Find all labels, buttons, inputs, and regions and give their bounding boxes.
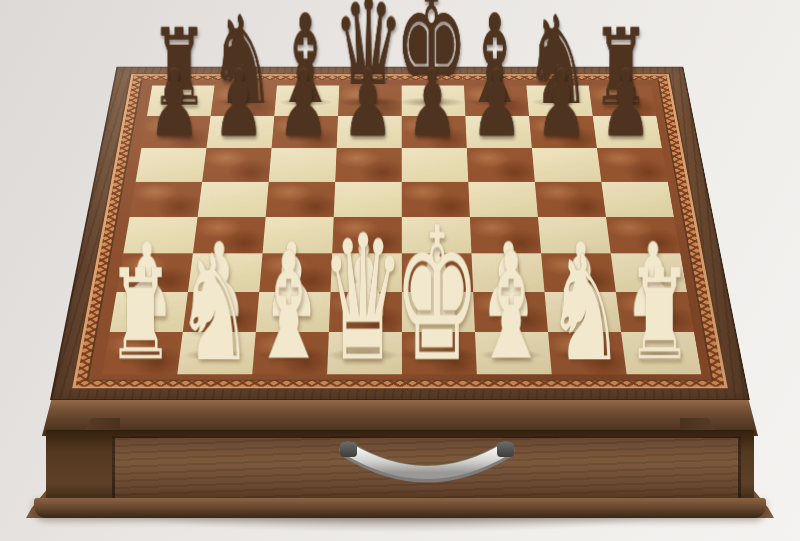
white-knight-b1: ♞ — [175, 235, 254, 381]
pieces-layer: ♜♞♝♛♚♝♞♜♟♟♟♟♟♟♟♟♟♟♟♟♟♟♟♟♜♞♝♛♚♝♞♜ — [50, 67, 750, 400]
white-king-e1: ♚ — [394, 203, 480, 388]
chess-board: ♜♞♝♛♚♝♞♜♟♟♟♟♟♟♟♟♟♟♟♟♟♟♟♟♜♞♝♛♚♝♞♜ — [50, 67, 750, 400]
white-knight-g1: ♞ — [546, 235, 625, 381]
chess-set-photo: ♜♞♝♛♚♝♞♜♟♟♟♟♟♟♟♟♟♟♟♟♟♟♟♟♜♞♝♛♚♝♞♜ — [0, 0, 800, 541]
board-3d-scene: ♜♞♝♛♚♝♞♜♟♟♟♟♟♟♟♟♟♟♟♟♟♟♟♟♜♞♝♛♚♝♞♜ — [0, 0, 800, 541]
